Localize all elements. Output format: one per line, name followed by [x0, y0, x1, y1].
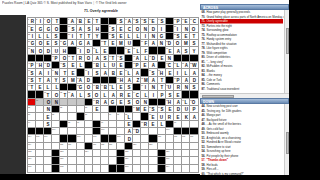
grid-cell[interactable]: 2I: [36, 18, 44, 25]
grid-cell[interactable]: N: [52, 99, 60, 106]
grid-cell[interactable]: A: [149, 62, 157, 69]
grid-cell[interactable]: 130: [166, 157, 174, 164]
grid-cell[interactable]: U: [182, 106, 190, 113]
grid-cell[interactable]: [101, 150, 109, 157]
down-vertical-scrollbar[interactable]: [284, 104, 289, 175]
grid-cell[interactable]: 1R: [28, 18, 36, 25]
grid-cell[interactable]: N: [149, 84, 157, 91]
grid-cell[interactable]: 15P: [174, 18, 182, 25]
grid-cell[interactable]: 114: [28, 143, 36, 150]
grid-cell[interactable]: U: [125, 40, 133, 47]
grid-cell[interactable]: 35L: [133, 47, 141, 54]
grid-cell[interactable]: O: [52, 25, 60, 32]
grid-cell[interactable]: [117, 143, 125, 150]
grid-cell[interactable]: 98R: [141, 121, 149, 128]
grid-cell[interactable]: 34E: [125, 47, 133, 54]
grid-cell[interactable]: M: [182, 40, 190, 47]
grid-owner-link[interactable]: © The Grid link owner: [96, 1, 127, 5]
grid-cell[interactable]: M: [117, 40, 125, 47]
grid-cell[interactable]: [141, 143, 149, 150]
grid-cell[interactable]: A: [101, 99, 109, 106]
grid-cell[interactable]: A: [182, 77, 190, 84]
grid-cell[interactable]: [101, 157, 109, 164]
crossword-grid[interactable]: 1R2I3O4T5A6B7E8T9S10A11S12S13E14S15P16E1…: [27, 17, 199, 173]
grid-cell[interactable]: 99: [174, 121, 182, 128]
grid-cell[interactable]: 97: [101, 121, 109, 128]
grid-cell[interactable]: N: [158, 40, 166, 47]
grid-cell[interactable]: I: [44, 69, 52, 76]
grid-cell[interactable]: [174, 165, 182, 172]
grid-cell[interactable]: 87: [28, 113, 36, 120]
grid-cell[interactable]: [149, 150, 157, 157]
grid-cell[interactable]: O: [85, 84, 93, 91]
grid-cell[interactable]: [109, 150, 117, 157]
grid-cell[interactable]: M: [68, 77, 76, 84]
grid-cell[interactable]: 90: [109, 113, 117, 120]
grid-cell[interactable]: 54N: [52, 69, 60, 76]
grid-cell[interactable]: 43P: [28, 62, 36, 69]
grid-cell[interactable]: O: [133, 99, 141, 106]
grid-cell[interactable]: [44, 150, 52, 157]
grid-cell[interactable]: 4T: [52, 18, 60, 25]
grid-cell[interactable]: L: [77, 62, 85, 69]
grid-cell[interactable]: [190, 165, 198, 172]
grid-cell[interactable]: [44, 157, 52, 164]
grid-cell[interactable]: E: [44, 113, 52, 120]
grid-cell[interactable]: 110: [158, 135, 166, 142]
grid-cell[interactable]: N: [44, 106, 52, 113]
grid-cell[interactable]: [52, 143, 60, 150]
grid-cell[interactable]: [93, 150, 101, 157]
grid-cell[interactable]: I: [141, 33, 149, 40]
grid-cell[interactable]: 78H: [166, 99, 174, 106]
grid-cell[interactable]: R: [77, 55, 85, 62]
grid-cell[interactable]: 22I: [28, 33, 36, 40]
grid-cell[interactable]: L: [52, 84, 60, 91]
grid-cell[interactable]: 36E: [166, 47, 174, 54]
grid-cell[interactable]: 19S: [68, 25, 76, 32]
grid-cell[interactable]: [166, 135, 174, 142]
grid-cell[interactable]: [44, 165, 52, 172]
grid-cell[interactable]: E: [174, 91, 182, 98]
grid-cell[interactable]: 115: [60, 143, 68, 150]
grid-cell[interactable]: 49C: [166, 62, 174, 69]
grid-cell[interactable]: I: [149, 91, 157, 98]
grid-cell[interactable]: 76: [36, 99, 44, 106]
grid-cell[interactable]: [36, 165, 44, 172]
grid-cell[interactable]: [109, 157, 117, 164]
grid-cell[interactable]: [36, 150, 44, 157]
grid-cell[interactable]: A: [109, 91, 117, 98]
grid-cell[interactable]: 13E: [149, 18, 157, 25]
grid-cell[interactable]: 73A: [68, 91, 76, 98]
across-clue[interactable]: 87.Traditional soup ingredient: [200, 87, 283, 92]
grid-cell[interactable]: 117: [93, 143, 101, 150]
grid-cell[interactable]: E: [158, 55, 166, 62]
grid-cell[interactable]: D: [85, 47, 93, 54]
grid-cell[interactable]: S: [85, 25, 93, 32]
grid-cell[interactable]: A: [85, 40, 93, 47]
grid-cell[interactable]: Y: [190, 47, 198, 54]
down-scroll-thumb[interactable]: [286, 132, 289, 154]
grid-cell[interactable]: G: [158, 33, 166, 40]
grid-cell[interactable]: L: [44, 33, 52, 40]
grid-cell[interactable]: 50L: [174, 62, 182, 69]
grid-cell[interactable]: N: [141, 99, 149, 106]
grid-cell[interactable]: 81: [28, 106, 36, 113]
grid-cell[interactable]: [68, 106, 76, 113]
grid-cell[interactable]: 94: [28, 121, 36, 128]
grid-cell[interactable]: 58H: [158, 69, 166, 76]
grid-cell[interactable]: 112: [182, 135, 190, 142]
grid-cell[interactable]: D: [190, 77, 198, 84]
grid-cell[interactable]: 44H: [36, 62, 44, 69]
grid-cell[interactable]: 3O: [44, 18, 52, 25]
grid-cell[interactable]: 66B: [93, 84, 101, 91]
grid-cell[interactable]: D: [44, 47, 52, 54]
grid-cell[interactable]: 88: [52, 113, 60, 120]
grid-cell[interactable]: [141, 128, 149, 135]
grid-cell[interactable]: U: [52, 47, 60, 54]
grid-cell[interactable]: K: [182, 113, 190, 120]
grid-cell[interactable]: L: [101, 62, 109, 69]
grid-cell[interactable]: [182, 121, 190, 128]
grid-cell[interactable]: [68, 150, 76, 157]
grid-cell[interactable]: 27G: [60, 40, 68, 47]
grid-cell[interactable]: [149, 157, 157, 164]
grid-cell[interactable]: [182, 157, 190, 164]
grid-cell[interactable]: 85S: [149, 106, 157, 113]
grid-cell[interactable]: A: [44, 77, 52, 84]
grid-cell[interactable]: 8T: [93, 18, 101, 25]
grid-cell[interactable]: [52, 135, 60, 142]
grid-cell[interactable]: O: [52, 91, 60, 98]
grid-cell[interactable]: R: [117, 91, 125, 98]
grid-cell[interactable]: [68, 113, 76, 120]
grid-cell[interactable]: 96: [77, 121, 85, 128]
grid-cell[interactable]: [44, 143, 52, 150]
grid-cell[interactable]: N: [141, 25, 149, 32]
across-clue-list[interactable]: 68.How game play generally proceeds70.Gr…: [200, 10, 289, 93]
grid-cell[interactable]: 24S: [109, 33, 117, 40]
grid-cell[interactable]: A: [190, 69, 198, 76]
grid-cell[interactable]: [68, 157, 76, 164]
grid-cell[interactable]: 25S: [174, 33, 182, 40]
grid-cell[interactable]: L: [101, 91, 109, 98]
grid-cell[interactable]: 124: [85, 150, 93, 157]
grid-cell[interactable]: [36, 113, 44, 120]
grid-cell[interactable]: E: [36, 84, 44, 91]
grid-cell[interactable]: T: [158, 77, 166, 84]
grid-cell[interactable]: 60A: [77, 77, 85, 84]
grid-cell[interactable]: [133, 135, 141, 142]
grid-cell[interactable]: 52W: [190, 62, 198, 69]
grid-cell[interactable]: [141, 135, 149, 142]
grid-cell[interactable]: 108: [93, 135, 101, 142]
grid-cell[interactable]: 107: [77, 135, 85, 142]
grid-cell[interactable]: L: [77, 91, 85, 98]
grid-cell[interactable]: 127: [28, 157, 36, 164]
grid-cell[interactable]: 47B: [93, 62, 101, 69]
grid-cell[interactable]: U: [109, 62, 117, 69]
grid-cell[interactable]: S: [182, 47, 190, 54]
grid-cell[interactable]: 29F: [141, 40, 149, 47]
grid-cell[interactable]: G: [109, 99, 117, 106]
grid-cell[interactable]: 55I: [85, 69, 93, 76]
grid-cell[interactable]: E: [149, 121, 157, 128]
grid-cell[interactable]: F: [141, 47, 149, 54]
grid-cell[interactable]: 68L: [109, 84, 117, 91]
grid-cell[interactable]: [141, 165, 149, 172]
grid-cell[interactable]: [101, 106, 109, 113]
grid-cell[interactable]: A: [68, 40, 76, 47]
grid-cell[interactable]: N: [166, 55, 174, 62]
grid-cell[interactable]: [182, 143, 190, 150]
grid-cell[interactable]: E: [141, 62, 149, 69]
grid-cell[interactable]: G: [36, 25, 44, 32]
grid-cell[interactable]: [60, 99, 68, 106]
grid-cell[interactable]: 122: [28, 150, 36, 157]
grid-cell[interactable]: 79L: [182, 99, 190, 106]
grid-cell[interactable]: [133, 150, 141, 157]
grid-cell[interactable]: E: [68, 62, 76, 69]
grid-cell[interactable]: 91: [117, 113, 125, 120]
grid-cell[interactable]: [101, 113, 109, 120]
grid-cell[interactable]: 106: [44, 135, 52, 142]
grid-cell[interactable]: 133: [125, 165, 133, 172]
grid-cell[interactable]: [158, 128, 166, 135]
grid-cell[interactable]: S: [125, 84, 133, 91]
grid-cell[interactable]: 12S: [141, 18, 149, 25]
grid-cell[interactable]: L: [141, 55, 149, 62]
grid-cell[interactable]: S: [52, 33, 60, 40]
grid-cell[interactable]: S: [166, 91, 174, 98]
grid-cell[interactable]: 131: [28, 165, 36, 172]
grid-cell[interactable]: G: [44, 25, 52, 32]
grid-cell[interactable]: 125: [125, 150, 133, 157]
grid-cell[interactable]: E: [166, 69, 174, 76]
grid-cell[interactable]: 28T: [101, 40, 109, 47]
grid-cell[interactable]: 84M: [133, 106, 141, 113]
grid-cell[interactable]: I: [158, 25, 166, 32]
grid-cell[interactable]: [93, 157, 101, 164]
grid-cell[interactable]: 86S: [158, 106, 166, 113]
grid-cell[interactable]: 48P: [133, 62, 141, 69]
grid-cell[interactable]: 11S: [133, 18, 141, 25]
grid-cell[interactable]: R: [166, 113, 174, 120]
grid-cell[interactable]: N: [182, 84, 190, 91]
grid-cell[interactable]: E: [182, 33, 190, 40]
grid-cell[interactable]: 5A: [68, 18, 76, 25]
grid-cell[interactable]: Z: [133, 77, 141, 84]
grid-cell[interactable]: A: [149, 40, 157, 47]
grid-cell[interactable]: E: [125, 121, 133, 128]
grid-cell[interactable]: [166, 143, 174, 150]
grid-cell[interactable]: L: [182, 69, 190, 76]
grid-cell[interactable]: O: [36, 40, 44, 47]
grid-cell[interactable]: [77, 106, 85, 113]
grid-cell[interactable]: 109: [117, 135, 125, 142]
grid-cell[interactable]: N: [182, 25, 190, 32]
grid-cell[interactable]: E: [109, 40, 117, 47]
grid-cell[interactable]: 62M: [141, 77, 149, 84]
grid-cell[interactable]: S: [52, 40, 60, 47]
grid-cell[interactable]: [85, 135, 93, 142]
grid-cell[interactable]: 26G: [28, 40, 36, 47]
grid-cell[interactable]: T: [36, 77, 44, 84]
grid-cell[interactable]: D: [174, 106, 182, 113]
grid-cell[interactable]: O: [93, 91, 101, 98]
grid-cell[interactable]: 51A: [182, 62, 190, 69]
grid-cell[interactable]: 118: [101, 143, 109, 150]
grid-cell[interactable]: A: [125, 77, 133, 84]
grid-cell[interactable]: 100: [52, 128, 60, 135]
grid-cell[interactable]: 95: [68, 121, 76, 128]
grid-cell[interactable]: 17C: [190, 18, 198, 25]
grid-cell[interactable]: Y: [93, 33, 101, 40]
grid-cell[interactable]: L: [36, 33, 44, 40]
grid-cell[interactable]: 38T: [68, 55, 76, 62]
grid-cell[interactable]: G: [77, 40, 85, 47]
grid-cell[interactable]: [36, 121, 44, 128]
grid-cell[interactable]: 16E: [182, 18, 190, 25]
grid-cell[interactable]: 42D: [149, 55, 157, 62]
grid-cell[interactable]: 103: [166, 128, 174, 135]
grid-cell[interactable]: 89: [85, 113, 93, 120]
grid-cell[interactable]: A: [190, 113, 198, 120]
grid-cell[interactable]: O: [44, 99, 52, 106]
grid-cell[interactable]: [117, 121, 125, 128]
grid-cell[interactable]: B: [109, 69, 117, 76]
grid-cell[interactable]: 32I: [77, 47, 85, 54]
grid-cell[interactable]: T: [190, 33, 198, 40]
grid-cell[interactable]: [36, 106, 44, 113]
grid-cell[interactable]: 83: [85, 106, 93, 113]
grid-cell[interactable]: [77, 150, 85, 157]
grid-cell[interactable]: 128: [60, 157, 68, 164]
grid-cell[interactable]: A: [101, 69, 109, 76]
grid-cell[interactable]: 41A: [133, 55, 141, 62]
grid-cell[interactable]: 56L: [125, 69, 133, 76]
grid-cell[interactable]: U: [158, 113, 166, 120]
grid-cell[interactable]: S: [93, 69, 101, 76]
down-clue[interactable]: 60."That which is my command?": [200, 172, 283, 175]
grid-cell[interactable]: [109, 121, 117, 128]
grid-cell[interactable]: E: [68, 69, 76, 76]
grid-cell[interactable]: S: [125, 99, 133, 106]
grid-cell[interactable]: L: [141, 91, 149, 98]
grid-cell[interactable]: O: [36, 47, 44, 54]
grid-cell[interactable]: S: [44, 121, 52, 128]
grid-cell[interactable]: 120: [133, 143, 141, 150]
grid-cell[interactable]: [68, 99, 76, 106]
grid-cell[interactable]: [133, 113, 141, 120]
grid-cell[interactable]: A: [93, 55, 101, 62]
grid-cell[interactable]: 39T: [109, 55, 117, 62]
grid-cell[interactable]: 134: [166, 165, 174, 172]
grid-cell[interactable]: 61H: [117, 77, 125, 84]
grid-cell[interactable]: [52, 121, 60, 128]
grid-cell[interactable]: [77, 143, 85, 150]
grid-cell[interactable]: 74C: [133, 91, 141, 98]
grid-cell[interactable]: E: [101, 47, 109, 54]
grid-cell[interactable]: [141, 150, 149, 157]
grid-cell[interactable]: [117, 128, 125, 135]
grid-cell[interactable]: E: [117, 69, 125, 76]
grid-cell[interactable]: A: [36, 69, 44, 76]
grid-cell[interactable]: 113: [190, 135, 198, 142]
grid-cell[interactable]: E: [93, 106, 101, 113]
grid-cell[interactable]: T: [85, 33, 93, 40]
grid-cell[interactable]: 21I: [174, 25, 182, 32]
grid-cell[interactable]: O: [85, 55, 93, 62]
grid-cell[interactable]: 59S: [28, 77, 36, 84]
grid-cell[interactable]: 102D: [133, 128, 141, 135]
grid-cell[interactable]: 126: [166, 150, 174, 157]
grid-cell[interactable]: 119: [109, 143, 117, 150]
grid-cell[interactable]: A: [133, 69, 141, 76]
grid-cell[interactable]: S: [190, 84, 198, 91]
grid-cell[interactable]: T: [77, 33, 85, 40]
across-vertical-scrollbar[interactable]: [284, 10, 289, 93]
grid-cell[interactable]: [149, 165, 157, 172]
grid-cell[interactable]: 77R: [93, 99, 101, 106]
grid-cell[interactable]: P: [158, 91, 166, 98]
grid-cell[interactable]: 123: [60, 150, 68, 157]
grid-cell[interactable]: 105: [36, 135, 44, 142]
grid-cell[interactable]: D: [125, 135, 133, 142]
grid-cell[interactable]: [190, 143, 198, 150]
grid-cell[interactable]: 92L: [125, 113, 133, 120]
grid-cell[interactable]: [182, 165, 190, 172]
grid-cell[interactable]: [158, 143, 166, 150]
grid-cell[interactable]: S: [101, 55, 109, 62]
grid-cell[interactable]: 82: [60, 106, 68, 113]
grid-cell[interactable]: R: [174, 84, 182, 91]
grid-cell[interactable]: [85, 121, 93, 128]
grid-cell[interactable]: C: [125, 25, 133, 32]
grid-cell[interactable]: 129: [125, 157, 133, 164]
grid-cell[interactable]: 72T: [60, 91, 68, 98]
grid-cell[interactable]: [174, 150, 182, 157]
grid-cell[interactable]: 101: [101, 128, 109, 135]
grid-cell[interactable]: 40S: [117, 55, 125, 62]
grid-cell[interactable]: O: [60, 55, 68, 62]
grid-cell[interactable]: A: [174, 99, 182, 106]
grid-cell[interactable]: [190, 121, 198, 128]
grid-cell[interactable]: E: [44, 40, 52, 47]
grid-cell[interactable]: 46S: [60, 62, 68, 69]
grid-cell[interactable]: E: [117, 62, 125, 69]
grid-cell[interactable]: 75: [28, 99, 36, 106]
grid-cell[interactable]: 10A: [125, 18, 133, 25]
down-clue-list[interactable]: 44.New scratching post user45.Testing or…: [200, 104, 289, 175]
grid-cell[interactable]: 116: [68, 143, 76, 150]
grid-cell[interactable]: [93, 113, 101, 120]
grid-cell[interactable]: [85, 128, 93, 135]
grid-cell[interactable]: [149, 128, 157, 135]
grid-cell[interactable]: Y: [52, 77, 60, 84]
grid-cell[interactable]: [133, 165, 141, 172]
grid-cell[interactable]: [182, 150, 190, 157]
grid-cell[interactable]: S: [60, 77, 68, 84]
grid-cell[interactable]: [101, 165, 109, 172]
grid-cell[interactable]: D: [149, 25, 157, 32]
grid-cell[interactable]: N: [149, 33, 157, 40]
grid-cell[interactable]: [190, 157, 198, 164]
grid-cell[interactable]: E: [125, 91, 133, 98]
grid-cell[interactable]: [93, 165, 101, 172]
